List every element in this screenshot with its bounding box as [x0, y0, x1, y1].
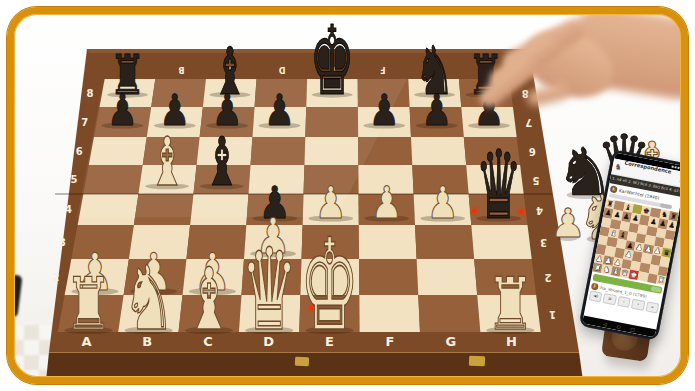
piece-black-queen-h4: ♛ — [475, 130, 522, 240]
piece-black-pawn-a7: ♟ — [107, 85, 138, 135]
piece-white-knight-b1: ♞ — [122, 247, 175, 351]
square-f3 — [359, 225, 417, 259]
piece-white-queen-d1: ♛ — [241, 224, 297, 356]
side-piece-white-white-pawn: ♟ — [550, 200, 586, 246]
file-label-far-B: B — [178, 65, 184, 74]
piece-white-bishop-c1: ♝ — [185, 250, 233, 350]
brass-clasp — [469, 356, 485, 367]
piece-black-pawn-g7: ♟ — [421, 85, 452, 135]
opponent-avatar[interactable]: K — [610, 185, 618, 193]
piece-white-bishop-b5: ♝ — [148, 123, 186, 201]
rank-label-left-5: 5 — [71, 174, 78, 185]
rank-label-left-1: 1 — [46, 308, 53, 319]
piece-white-king-e1: ♚ — [300, 212, 360, 360]
file-label-far-F: F — [380, 65, 385, 74]
rank-label-left-3: 3 — [59, 237, 66, 248]
rank-label-left-6: 6 — [76, 146, 83, 157]
rank-label-right-5: 5 — [532, 175, 539, 186]
square-g3 — [415, 225, 474, 259]
square-f1 — [359, 295, 420, 332]
file-label-near-F: F — [386, 334, 395, 349]
rank-label-right-7: 7 — [525, 117, 532, 128]
square-g6 — [411, 137, 466, 165]
rank-label-right-3: 3 — [540, 237, 547, 248]
rank-label-right-1: 1 — [549, 309, 556, 320]
piece-black-pawn-f7: ♟ — [369, 85, 400, 135]
rank-label-left-8: 8 — [87, 88, 94, 99]
square-g2 — [417, 259, 478, 295]
nav-back-icon[interactable]: ◁ — [603, 321, 607, 327]
square-f2 — [359, 259, 418, 295]
piece-white-rook-a1: ♜ — [64, 262, 112, 346]
game-type-title: Correspondence — [624, 159, 672, 174]
rank-label-right-2: 2 — [544, 272, 551, 283]
rank-label-right-6: 6 — [529, 146, 536, 157]
piece-white-rook-h1: ♜ — [486, 262, 534, 346]
rank-label-right-4: 4 — [536, 205, 543, 216]
rank-label-left-4: 4 — [65, 204, 72, 215]
rank-label-left-2: 2 — [53, 272, 60, 283]
piece-black-pawn-h7: ♟ — [473, 85, 504, 135]
square-g1 — [418, 295, 480, 332]
lichess-knight-logo-icon: ♞ — [614, 162, 623, 171]
piece-white-pawn-f4: ♟ — [371, 177, 403, 229]
rank-label-right-8: 8 — [522, 88, 529, 99]
app-piece-white-h1[interactable]: ♜ — [656, 275, 667, 286]
nav-home-icon[interactable]: ○ — [616, 324, 621, 330]
frame-far-edge — [87, 49, 529, 53]
piece-white-pawn-g4: ♟ — [427, 177, 459, 229]
file-label-far-D: D — [278, 65, 285, 74]
nav-recents-icon[interactable]: □ — [630, 326, 635, 332]
physical-chessboard: AABBCCDDEEFFGGHH1122334455667788♜♝♚♞♜♟♟♟… — [7, 7, 688, 384]
piece-black-bishop-c5: ♝ — [203, 123, 241, 201]
piece-black-king-e8: ♚ — [310, 7, 355, 116]
photo-background: AABBCCDDEEFFGGHH1122334455667788♜♝♚♞♜♟♟♟… — [7, 7, 688, 384]
piece-black-pawn-d7: ♟ — [264, 85, 295, 135]
rank-label-left-7: 7 — [81, 117, 88, 128]
product-photo-card: AABBCCDDEEFFGGHH1122334455667788♜♝♚♞♜♟♟♟… — [0, 0, 695, 391]
app-chessboard[interactable]: ♜♝♚♞♜♟♟♟♟♟♟♟♝♝♟♟♟♟♛♟♟♟♟♜♞♝♛♚♜ — [592, 199, 679, 286]
kebab-menu-icon[interactable]: ⋮ — [677, 175, 684, 183]
file-label-near-G: G — [445, 334, 456, 349]
